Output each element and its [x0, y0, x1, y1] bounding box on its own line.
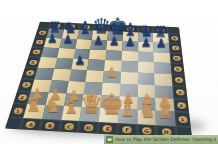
square-a6 [41, 47, 59, 58]
square-f1: ♝ [118, 109, 137, 124]
piece-black-pawn-f7: ♟ [122, 36, 138, 48]
piece-white-bishop-f1: ♝ [118, 97, 137, 119]
coordinate-label-e: E [97, 122, 117, 135]
coordinate-medallion: F [122, 126, 132, 134]
piece-black-pawn-d7: ♟ [91, 34, 107, 46]
square-h5 [154, 62, 171, 74]
piece-black-pawn-a7: ♟ [45, 32, 61, 44]
coordinate-medallion: 5 [28, 60, 37, 65]
coordinate-label-1: 1 [175, 112, 191, 127]
square-e1: ♚ [99, 108, 119, 123]
square-b5 [54, 58, 73, 69]
coordinate-label-f: F [117, 123, 137, 136]
square-h6 [154, 52, 171, 63]
chess-photo: ABCDEFGH8♜♞♝♛♚♝♞♜87♟♟♟♟♟♟♟7665♟54♟4332♟♟… [0, 0, 218, 144]
coordinate-medallion: 6 [172, 56, 180, 61]
coordinate-medallion: 7 [171, 46, 179, 51]
piece-black-pawn-b7: ♟ [60, 33, 76, 45]
image-caption-bar: w How to Play the Sicilian Defense: Open… [104, 135, 218, 144]
piece-black-pawn-e7: ♟ [107, 35, 123, 47]
coordinate-medallion: G [142, 127, 151, 135]
square-f6 [121, 51, 137, 62]
chess-board: ABCDEFGH8♜♞♝♛♚♝♞♜87♟♟♟♟♟♟♟7665♟54♟4332♟♟… [5, 22, 192, 139]
piece-white-rook-h1: ♜ [156, 103, 175, 121]
square-g5 [138, 62, 155, 74]
coordinate-label-2: 2 [173, 98, 189, 112]
piece-black-pawn-h7: ♟ [154, 37, 170, 49]
coordinate-label-5: 5 [171, 63, 185, 75]
coordinate-medallion: 8 [171, 36, 179, 41]
square-h1: ♜ [156, 111, 176, 126]
piece-white-pawn-e4: ♟ [103, 66, 120, 79]
piece-white-king-e1: ♚ [99, 90, 118, 118]
square-h4 [154, 73, 172, 86]
square-e6 [105, 50, 122, 61]
piece-white-bishop-c1: ♝ [62, 95, 81, 116]
square-g6 [138, 51, 154, 62]
wikihow-icon: w [106, 136, 113, 143]
square-f4 [120, 72, 137, 84]
coordinate-medallion: 4 [25, 70, 35, 76]
piece-black-pawn-c5: ♟ [71, 53, 88, 66]
square-g1: ♞ [137, 110, 156, 125]
coordinate-label-c: C [58, 120, 79, 133]
coordinate-medallion: D [83, 123, 93, 131]
square-d6 [89, 49, 106, 60]
square-a4 [34, 68, 54, 80]
coordinate-label-4: 4 [171, 74, 186, 86]
square-d1: ♛ [80, 107, 100, 122]
coordinate-medallion: C [64, 122, 74, 130]
coordinate-medallion: 1 [13, 107, 24, 114]
coordinate-label-d: D [78, 121, 99, 134]
caption-text: How to Play the Sicilian Defense: Openin… [115, 137, 216, 142]
coordinate-medallion: 6 [32, 49, 41, 54]
coordinate-medallion: E [103, 125, 113, 133]
square-c7 [75, 39, 92, 49]
square-c5: ♟ [71, 59, 89, 71]
coordinate-medallion: 5 [173, 66, 182, 72]
square-d7: ♟ [90, 40, 107, 50]
coordinate-label-3: 3 [172, 86, 187, 99]
coordinate-label-a: A [20, 118, 42, 130]
coordinate-medallion: B [45, 121, 56, 129]
square-f7: ♟ [122, 41, 138, 51]
coordinate-medallion: 4 [174, 77, 183, 83]
square-f5 [121, 61, 138, 73]
piece-white-rook-a1: ♜ [24, 96, 43, 114]
coordinate-medallion: 7 [35, 40, 44, 45]
coordinate-label-7: 7 [169, 43, 182, 53]
coordinate-label-b: B [39, 119, 61, 132]
coordinate-label-8: 8 [168, 34, 181, 44]
square-c4 [68, 69, 87, 81]
coordinate-medallion: 3 [175, 89, 184, 95]
coordinate-medallion: A [25, 120, 36, 128]
piece-black-pawn-g7: ♟ [138, 36, 154, 48]
coordinate-medallion: 2 [176, 102, 185, 109]
piece-white-knight-b1: ♞ [43, 96, 62, 115]
piece-white-knight-g1: ♞ [137, 101, 156, 120]
square-e4: ♟ [103, 71, 121, 83]
square-h7: ♟ [153, 42, 169, 52]
coordinate-label-6: 6 [170, 53, 184, 64]
piece-white-queen-d1: ♛ [80, 91, 99, 117]
square-d4 [86, 70, 104, 82]
coordinate-medallion: 1 [178, 116, 188, 123]
square-g4 [137, 73, 154, 85]
square-c1: ♝ [61, 106, 82, 121]
